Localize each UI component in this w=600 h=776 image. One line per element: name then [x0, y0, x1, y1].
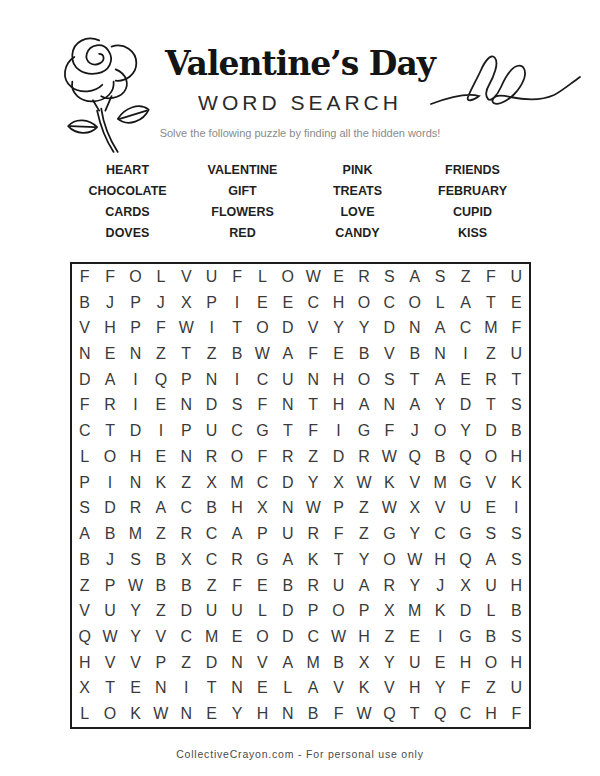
grid-cell-r1c4[interactable]: L	[148, 264, 173, 290]
grid-cell-r16c14[interactable]: U	[402, 650, 427, 676]
grid-cell-r9c7[interactable]: M	[224, 470, 249, 496]
grid-cell-r2c16[interactable]: A	[453, 290, 478, 316]
grid-cell-r6c3[interactable]: I	[123, 393, 148, 419]
grid-cell-r4c10[interactable]: F	[301, 341, 326, 367]
grid-cell-r6c11[interactable]: H	[326, 393, 351, 419]
grid-cell-r6c14[interactable]: A	[402, 393, 427, 419]
grid-cell-r12c10[interactable]: K	[301, 547, 326, 573]
grid-cell-r10c15[interactable]: V	[427, 495, 452, 521]
grid-cell-r8c17[interactable]: O	[478, 444, 503, 470]
grid-cell-r9c15[interactable]: M	[427, 470, 452, 496]
grid-cell-r15c14[interactable]: E	[402, 624, 427, 650]
grid-cell-r10c13[interactable]: W	[377, 495, 402, 521]
grid-cell-r1c12[interactable]: R	[351, 264, 376, 290]
grid-cell-r2c9[interactable]: E	[275, 290, 300, 316]
grid-cell-r5c2[interactable]: A	[97, 367, 122, 393]
grid-cell-r3c11[interactable]: Y	[326, 315, 351, 341]
grid-cell-r16c8[interactable]: V	[250, 650, 275, 676]
grid-cell-r5c5[interactable]: P	[174, 367, 199, 393]
grid-cell-r14c1[interactable]: V	[72, 598, 97, 624]
grid-cell-r2c2[interactable]: J	[97, 290, 122, 316]
grid-cell-r17c3[interactable]: E	[123, 676, 148, 702]
grid-cell-r14c18[interactable]: B	[504, 598, 529, 624]
grid-cell-r15c13[interactable]: Z	[377, 624, 402, 650]
grid-cell-r1c2[interactable]: F	[97, 264, 122, 290]
grid-cell-r8c6[interactable]: R	[199, 444, 224, 470]
grid-cell-r12c8[interactable]: G	[250, 547, 275, 573]
grid-cell-r5c3[interactable]: I	[123, 367, 148, 393]
grid-cell-r12c5[interactable]: X	[174, 547, 199, 573]
grid-cell-r17c5[interactable]: I	[174, 676, 199, 702]
grid-cell-r1c11[interactable]: E	[326, 264, 351, 290]
grid-cell-r14c4[interactable]: Z	[148, 598, 173, 624]
grid-cell-r1c5[interactable]: V	[174, 264, 199, 290]
grid-cell-r1c16[interactable]: Z	[453, 264, 478, 290]
grid-cell-r13c3[interactable]: W	[123, 573, 148, 599]
grid-cell-r15c4[interactable]: V	[148, 624, 173, 650]
grid-cell-r4c18[interactable]: U	[504, 341, 529, 367]
grid-cell-r12c9[interactable]: A	[275, 547, 300, 573]
grid-cell-r18c14[interactable]: T	[402, 701, 427, 727]
grid-cell-r13c18[interactable]: H	[504, 573, 529, 599]
grid-cell-r17c14[interactable]: H	[402, 676, 427, 702]
grid-cell-r3c13[interactable]: D	[377, 315, 402, 341]
grid-cell-r17c4[interactable]: N	[148, 676, 173, 702]
grid-cell-r16c12[interactable]: X	[351, 650, 376, 676]
grid-cell-r3c6[interactable]: I	[199, 315, 224, 341]
grid-cell-r4c17[interactable]: Z	[478, 341, 503, 367]
grid-cell-r18c4[interactable]: W	[148, 701, 173, 727]
grid-cell-r16c9[interactable]: A	[275, 650, 300, 676]
grid-cell-r15c8[interactable]: O	[250, 624, 275, 650]
grid-cell-r17c1[interactable]: X	[72, 676, 97, 702]
grid-cell-r5c9[interactable]: U	[275, 367, 300, 393]
grid-cell-r9c17[interactable]: V	[478, 470, 503, 496]
grid-cell-r7c3[interactable]: D	[123, 418, 148, 444]
grid-cell-r2c7[interactable]: I	[224, 290, 249, 316]
grid-cell-r5c16[interactable]: E	[453, 367, 478, 393]
grid-cell-r9c3[interactable]: N	[123, 470, 148, 496]
grid-cell-r6c12[interactable]: A	[351, 393, 376, 419]
grid-cell-r6c18[interactable]: S	[504, 393, 529, 419]
grid-cell-r9c18[interactable]: K	[504, 470, 529, 496]
grid-cell-r1c8[interactable]: L	[250, 264, 275, 290]
grid-cell-r8c8[interactable]: F	[250, 444, 275, 470]
grid-cell-r7c10[interactable]: F	[301, 418, 326, 444]
grid-cell-r13c16[interactable]: X	[453, 573, 478, 599]
grid-cell-r12c17[interactable]: A	[478, 547, 503, 573]
grid-cell-r3c17[interactable]: M	[478, 315, 503, 341]
grid-cell-r2c13[interactable]: C	[377, 290, 402, 316]
grid-cell-r13c13[interactable]: R	[377, 573, 402, 599]
grid-cell-r13c9[interactable]: B	[275, 573, 300, 599]
grid-cell-r1c18[interactable]: U	[504, 264, 529, 290]
grid-cell-r13c6[interactable]: Z	[199, 573, 224, 599]
grid-cell-r12c6[interactable]: C	[199, 547, 224, 573]
grid-cell-r7c5[interactable]: P	[174, 418, 199, 444]
grid-cell-r7c12[interactable]: G	[351, 418, 376, 444]
grid-cell-r7c7[interactable]: C	[224, 418, 249, 444]
grid-cell-r12c7[interactable]: R	[224, 547, 249, 573]
grid-cell-r16c3[interactable]: V	[123, 650, 148, 676]
grid-cell-r13c12[interactable]: A	[351, 573, 376, 599]
grid-cell-r1c1[interactable]: F	[72, 264, 97, 290]
grid-cell-r5c13[interactable]: S	[377, 367, 402, 393]
grid-cell-r10c4[interactable]: A	[148, 495, 173, 521]
grid-cell-r7c16[interactable]: Y	[453, 418, 478, 444]
grid-cell-r12c16[interactable]: Q	[453, 547, 478, 573]
grid-cell-r14c2[interactable]: U	[97, 598, 122, 624]
grid-cell-r7c18[interactable]: B	[504, 418, 529, 444]
grid-cell-r9c4[interactable]: K	[148, 470, 173, 496]
grid-cell-r4c3[interactable]: N	[123, 341, 148, 367]
grid-cell-r17c10[interactable]: A	[301, 676, 326, 702]
grid-cell-r8c7[interactable]: O	[224, 444, 249, 470]
grid-cell-r12c12[interactable]: Y	[351, 547, 376, 573]
grid-cell-r15c3[interactable]: Y	[123, 624, 148, 650]
grid-cell-r11c18[interactable]: S	[504, 521, 529, 547]
grid-cell-r12c11[interactable]: T	[326, 547, 351, 573]
grid-cell-r12c3[interactable]: S	[123, 547, 148, 573]
grid-cell-r6c17[interactable]: T	[478, 393, 503, 419]
grid-cell-r2c12[interactable]: O	[351, 290, 376, 316]
grid-cell-r16c5[interactable]: Z	[174, 650, 199, 676]
grid-cell-r18c15[interactable]: Q	[427, 701, 452, 727]
grid-cell-r6c7[interactable]: S	[224, 393, 249, 419]
grid-cell-r9c14[interactable]: V	[402, 470, 427, 496]
grid-cell-r11c6[interactable]: C	[199, 521, 224, 547]
grid-cell-r11c14[interactable]: Y	[402, 521, 427, 547]
grid-cell-r16c11[interactable]: B	[326, 650, 351, 676]
grid-cell-r12c13[interactable]: O	[377, 547, 402, 573]
grid-cell-r3c14[interactable]: N	[402, 315, 427, 341]
grid-cell-r14c3[interactable]: Y	[123, 598, 148, 624]
grid-cell-r11c9[interactable]: U	[275, 521, 300, 547]
grid-cell-r14c14[interactable]: M	[402, 598, 427, 624]
grid-cell-r7c1[interactable]: C	[72, 418, 97, 444]
grid-cell-r8c16[interactable]: Q	[453, 444, 478, 470]
grid-cell-r3c8[interactable]: O	[250, 315, 275, 341]
grid-cell-r18c11[interactable]: F	[326, 701, 351, 727]
grid-cell-r7c11[interactable]: I	[326, 418, 351, 444]
grid-cell-r5c4[interactable]: Q	[148, 367, 173, 393]
grid-cell-r17c11[interactable]: V	[326, 676, 351, 702]
grid-cell-r11c4[interactable]: Z	[148, 521, 173, 547]
grid-cell-r4c5[interactable]: T	[174, 341, 199, 367]
grid-cell-r11c12[interactable]: Z	[351, 521, 376, 547]
grid-cell-r11c1[interactable]: A	[72, 521, 97, 547]
grid-cell-r11c7[interactable]: A	[224, 521, 249, 547]
grid-cell-r5c6[interactable]: N	[199, 367, 224, 393]
grid-cell-r3c15[interactable]: A	[427, 315, 452, 341]
grid-cell-r18c12[interactable]: W	[351, 701, 376, 727]
grid-cell-r2c4[interactable]: J	[148, 290, 173, 316]
grid-cell-r13c10[interactable]: R	[301, 573, 326, 599]
grid-cell-r12c18[interactable]: S	[504, 547, 529, 573]
grid-cell-r17c12[interactable]: K	[351, 676, 376, 702]
grid-cell-r4c6[interactable]: Z	[199, 341, 224, 367]
grid-cell-r18c17[interactable]: H	[478, 701, 503, 727]
grid-cell-r13c7[interactable]: F	[224, 573, 249, 599]
grid-cell-r5c18[interactable]: T	[504, 367, 529, 393]
grid-cell-r5c10[interactable]: N	[301, 367, 326, 393]
grid-cell-r1c14[interactable]: A	[402, 264, 427, 290]
grid-cell-r18c7[interactable]: Y	[224, 701, 249, 727]
grid-cell-r14c9[interactable]: D	[275, 598, 300, 624]
grid-cell-r17c15[interactable]: Y	[427, 676, 452, 702]
grid-cell-r18c1[interactable]: L	[72, 701, 97, 727]
grid-cell-r9c12[interactable]: W	[351, 470, 376, 496]
grid-cell-r18c10[interactable]: B	[301, 701, 326, 727]
grid-cell-r6c1[interactable]: F	[72, 393, 97, 419]
grid-cell-r17c16[interactable]: F	[453, 676, 478, 702]
grid-cell-r9c2[interactable]: I	[97, 470, 122, 496]
grid-cell-r1c3[interactable]: O	[123, 264, 148, 290]
grid-cell-r4c9[interactable]: A	[275, 341, 300, 367]
grid-cell-r18c13[interactable]: Q	[377, 701, 402, 727]
grid-cell-r11c13[interactable]: G	[377, 521, 402, 547]
grid-cell-r14c5[interactable]: D	[174, 598, 199, 624]
grid-cell-r4c14[interactable]: B	[402, 341, 427, 367]
grid-cell-r18c16[interactable]: C	[453, 701, 478, 727]
grid-cell-r14c11[interactable]: O	[326, 598, 351, 624]
grid-cell-r4c2[interactable]: E	[97, 341, 122, 367]
grid-cell-r4c7[interactable]: B	[224, 341, 249, 367]
grid-cell-r9c8[interactable]: C	[250, 470, 275, 496]
grid-cell-r15c10[interactable]: C	[301, 624, 326, 650]
grid-cell-r8c9[interactable]: R	[275, 444, 300, 470]
grid-cell-r5c7[interactable]: I	[224, 367, 249, 393]
grid-cell-r15c6[interactable]: M	[199, 624, 224, 650]
grid-cell-r14c8[interactable]: L	[250, 598, 275, 624]
grid-cell-r15c15[interactable]: I	[427, 624, 452, 650]
grid-cell-r7c13[interactable]: F	[377, 418, 402, 444]
grid-cell-r2c18[interactable]: E	[504, 290, 529, 316]
grid-cell-r10c3[interactable]: R	[123, 495, 148, 521]
grid-cell-r8c3[interactable]: H	[123, 444, 148, 470]
grid-cell-r11c2[interactable]: B	[97, 521, 122, 547]
grid-cell-r18c3[interactable]: K	[123, 701, 148, 727]
grid-cell-r3c3[interactable]: P	[123, 315, 148, 341]
grid-cell-r14c12[interactable]: P	[351, 598, 376, 624]
grid-cell-r5c8[interactable]: C	[250, 367, 275, 393]
grid-cell-r15c7[interactable]: E	[224, 624, 249, 650]
grid-cell-r13c4[interactable]: B	[148, 573, 173, 599]
grid-cell-r3c7[interactable]: T	[224, 315, 249, 341]
grid-cell-r17c8[interactable]: E	[250, 676, 275, 702]
grid-cell-r2c5[interactable]: X	[174, 290, 199, 316]
grid-cell-r13c11[interactable]: U	[326, 573, 351, 599]
grid-cell-r2c15[interactable]: L	[427, 290, 452, 316]
grid-cell-r1c9[interactable]: O	[275, 264, 300, 290]
grid-cell-r6c16[interactable]: D	[453, 393, 478, 419]
grid-cell-r8c13[interactable]: W	[377, 444, 402, 470]
grid-cell-r14c17[interactable]: L	[478, 598, 503, 624]
grid-cell-r12c2[interactable]: J	[97, 547, 122, 573]
grid-cell-r4c8[interactable]: W	[250, 341, 275, 367]
grid-cell-r16c16[interactable]: H	[453, 650, 478, 676]
grid-cell-r6c2[interactable]: R	[97, 393, 122, 419]
grid-cell-r13c5[interactable]: B	[174, 573, 199, 599]
grid-cell-r17c9[interactable]: L	[275, 676, 300, 702]
grid-cell-r6c4[interactable]: E	[148, 393, 173, 419]
grid-cell-r1c6[interactable]: U	[199, 264, 224, 290]
grid-cell-r10c5[interactable]: C	[174, 495, 199, 521]
grid-cell-r11c11[interactable]: F	[326, 521, 351, 547]
grid-cell-r7c15[interactable]: O	[427, 418, 452, 444]
grid-cell-r5c14[interactable]: T	[402, 367, 427, 393]
grid-cell-r2c8[interactable]: E	[250, 290, 275, 316]
grid-cell-r16c6[interactable]: D	[199, 650, 224, 676]
grid-cell-r17c13[interactable]: V	[377, 676, 402, 702]
grid-cell-r6c15[interactable]: Y	[427, 393, 452, 419]
grid-cell-r16c17[interactable]: O	[478, 650, 503, 676]
grid-cell-r16c1[interactable]: H	[72, 650, 97, 676]
grid-cell-r15c2[interactable]: W	[97, 624, 122, 650]
grid-cell-r13c17[interactable]: U	[478, 573, 503, 599]
grid-cell-r11c10[interactable]: R	[301, 521, 326, 547]
grid-cell-r2c10[interactable]: C	[301, 290, 326, 316]
grid-cell-r8c14[interactable]: Q	[402, 444, 427, 470]
grid-cell-r11c15[interactable]: C	[427, 521, 452, 547]
grid-cell-r16c18[interactable]: H	[504, 650, 529, 676]
grid-cell-r9c11[interactable]: X	[326, 470, 351, 496]
grid-cell-r7c9[interactable]: T	[275, 418, 300, 444]
grid-cell-r9c6[interactable]: X	[199, 470, 224, 496]
grid-cell-r13c8[interactable]: E	[250, 573, 275, 599]
grid-cell-r6c9[interactable]: N	[275, 393, 300, 419]
grid-cell-r4c16[interactable]: I	[453, 341, 478, 367]
grid-cell-r11c16[interactable]: G	[453, 521, 478, 547]
grid-cell-r16c10[interactable]: M	[301, 650, 326, 676]
grid-cell-r4c1[interactable]: N	[72, 341, 97, 367]
grid-cell-r3c12[interactable]: Y	[351, 315, 376, 341]
grid-cell-r12c14[interactable]: W	[402, 547, 427, 573]
grid-cell-r10c7[interactable]: H	[224, 495, 249, 521]
grid-cell-r10c2[interactable]: D	[97, 495, 122, 521]
grid-cell-r4c13[interactable]: V	[377, 341, 402, 367]
grid-cell-r10c9[interactable]: N	[275, 495, 300, 521]
grid-cell-r11c3[interactable]: M	[123, 521, 148, 547]
grid-cell-r12c4[interactable]: B	[148, 547, 173, 573]
grid-cell-r2c1[interactable]: B	[72, 290, 97, 316]
grid-cell-r16c13[interactable]: Y	[377, 650, 402, 676]
grid-cell-r7c6[interactable]: U	[199, 418, 224, 444]
grid-cell-r13c15[interactable]: J	[427, 573, 452, 599]
grid-cell-r15c5[interactable]: C	[174, 624, 199, 650]
grid-cell-r2c17[interactable]: T	[478, 290, 503, 316]
grid-cell-r10c1[interactable]: S	[72, 495, 97, 521]
grid-cell-r13c14[interactable]: Y	[402, 573, 427, 599]
grid-cell-r7c17[interactable]: D	[478, 418, 503, 444]
grid-cell-r15c11[interactable]: W	[326, 624, 351, 650]
grid-cell-r7c8[interactable]: G	[250, 418, 275, 444]
grid-cell-r1c17[interactable]: F	[478, 264, 503, 290]
grid-cell-r8c4[interactable]: E	[148, 444, 173, 470]
grid-cell-r10c6[interactable]: B	[199, 495, 224, 521]
grid-cell-r18c2[interactable]: O	[97, 701, 122, 727]
grid-cell-r10c16[interactable]: U	[453, 495, 478, 521]
grid-cell-r14c10[interactable]: P	[301, 598, 326, 624]
grid-cell-r6c5[interactable]: N	[174, 393, 199, 419]
grid-cell-r9c9[interactable]: D	[275, 470, 300, 496]
grid-cell-r6c10[interactable]: T	[301, 393, 326, 419]
grid-cell-r5c15[interactable]: A	[427, 367, 452, 393]
grid-cell-r1c13[interactable]: S	[377, 264, 402, 290]
grid-cell-r13c1[interactable]: Z	[72, 573, 97, 599]
grid-cell-r10c8[interactable]: X	[250, 495, 275, 521]
grid-cell-r18c9[interactable]: N	[275, 701, 300, 727]
grid-cell-r14c13[interactable]: X	[377, 598, 402, 624]
grid-cell-r4c15[interactable]: N	[427, 341, 452, 367]
grid-cell-r13c2[interactable]: P	[97, 573, 122, 599]
grid-cell-r15c1[interactable]: Q	[72, 624, 97, 650]
grid-cell-r9c1[interactable]: P	[72, 470, 97, 496]
grid-cell-r9c16[interactable]: G	[453, 470, 478, 496]
grid-cell-r14c6[interactable]: U	[199, 598, 224, 624]
grid-cell-r10c11[interactable]: P	[326, 495, 351, 521]
grid-cell-r8c5[interactable]: N	[174, 444, 199, 470]
grid-cell-r15c16[interactable]: G	[453, 624, 478, 650]
grid-cell-r1c15[interactable]: S	[427, 264, 452, 290]
grid-cell-r7c4[interactable]: I	[148, 418, 173, 444]
grid-cell-r8c1[interactable]: L	[72, 444, 97, 470]
grid-cell-r12c1[interactable]: B	[72, 547, 97, 573]
grid-cell-r8c2[interactable]: O	[97, 444, 122, 470]
grid-cell-r15c17[interactable]: B	[478, 624, 503, 650]
grid-cell-r15c9[interactable]: D	[275, 624, 300, 650]
grid-cell-r8c10[interactable]: Z	[301, 444, 326, 470]
grid-cell-r10c10[interactable]: W	[301, 495, 326, 521]
grid-cell-r7c14[interactable]: J	[402, 418, 427, 444]
grid-cell-r3c4[interactable]: F	[148, 315, 173, 341]
grid-cell-r4c12[interactable]: B	[351, 341, 376, 367]
grid-cell-r5c1[interactable]: D	[72, 367, 97, 393]
grid-cell-r3c5[interactable]: W	[174, 315, 199, 341]
grid-cell-r8c12[interactable]: R	[351, 444, 376, 470]
grid-cell-r17c2[interactable]: T	[97, 676, 122, 702]
grid-cell-r2c14[interactable]: O	[402, 290, 427, 316]
grid-cell-r10c17[interactable]: E	[478, 495, 503, 521]
grid-cell-r14c7[interactable]: U	[224, 598, 249, 624]
grid-cell-r16c15[interactable]: E	[427, 650, 452, 676]
grid-cell-r11c8[interactable]: P	[250, 521, 275, 547]
grid-cell-r9c13[interactable]: K	[377, 470, 402, 496]
grid-cell-r18c5[interactable]: N	[174, 701, 199, 727]
grid-cell-r11c17[interactable]: S	[478, 521, 503, 547]
grid-cell-r1c7[interactable]: F	[224, 264, 249, 290]
grid-cell-r3c18[interactable]: F	[504, 315, 529, 341]
grid-cell-r8c11[interactable]: D	[326, 444, 351, 470]
grid-cell-r12c15[interactable]: H	[427, 547, 452, 573]
grid-cell-r6c6[interactable]: D	[199, 393, 224, 419]
grid-cell-r3c10[interactable]: V	[301, 315, 326, 341]
grid-cell-r10c14[interactable]: X	[402, 495, 427, 521]
grid-cell-r11c5[interactable]: R	[174, 521, 199, 547]
grid-cell-r3c2[interactable]: H	[97, 315, 122, 341]
grid-cell-r14c16[interactable]: D	[453, 598, 478, 624]
grid-cell-r7c2[interactable]: T	[97, 418, 122, 444]
grid-cell-r16c4[interactable]: P	[148, 650, 173, 676]
grid-cell-r9c5[interactable]: Z	[174, 470, 199, 496]
grid-cell-r6c8[interactable]: F	[250, 393, 275, 419]
grid-cell-r2c6[interactable]: P	[199, 290, 224, 316]
grid-cell-r10c18[interactable]: I	[504, 495, 529, 521]
grid-cell-r3c16[interactable]: C	[453, 315, 478, 341]
grid-cell-r16c7[interactable]: N	[224, 650, 249, 676]
grid-cell-r17c6[interactable]: T	[199, 676, 224, 702]
grid-cell-r17c7[interactable]: N	[224, 676, 249, 702]
